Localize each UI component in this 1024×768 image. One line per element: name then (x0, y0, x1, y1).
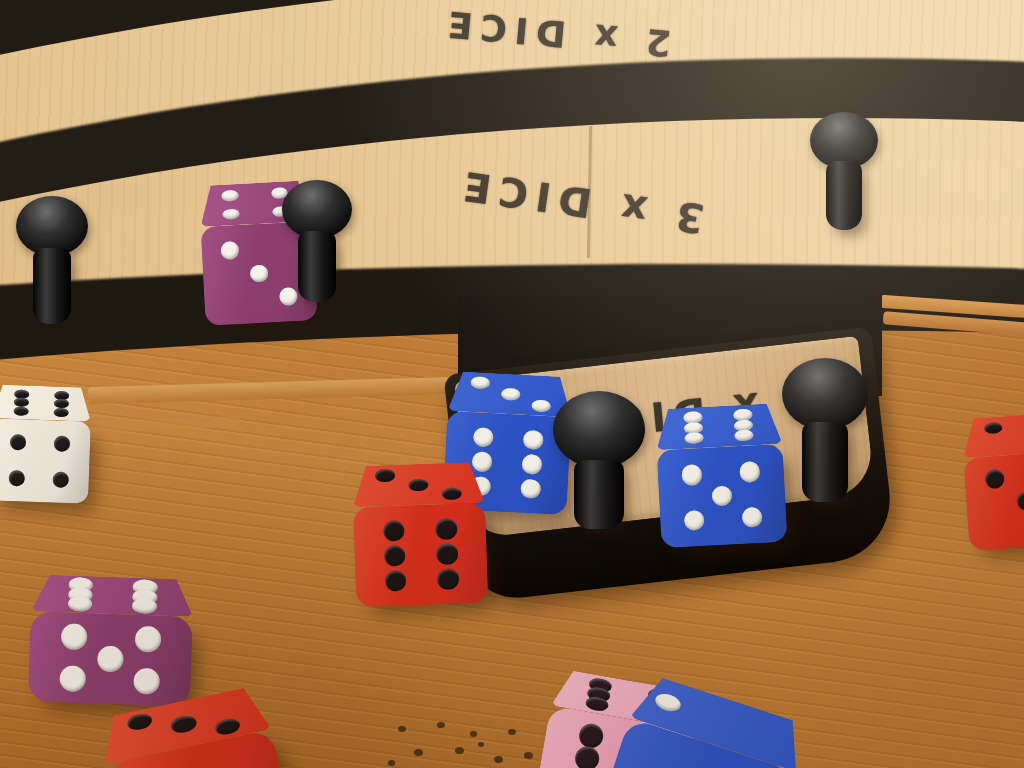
speck (388, 760, 395, 766)
die-front-face (963, 450, 1024, 551)
die-top-face (961, 411, 1024, 458)
peg[interactable] (553, 391, 645, 529)
die-top-face (352, 462, 485, 508)
peg[interactable] (16, 196, 88, 324)
die-white[interactable] (0, 384, 92, 503)
peg[interactable] (810, 112, 878, 230)
die-red[interactable] (961, 411, 1024, 551)
speck (478, 742, 484, 747)
die-top-face (31, 574, 194, 617)
peg-stem (298, 231, 336, 302)
peg-cap (782, 358, 868, 430)
peg-cap (16, 196, 88, 256)
die-purple[interactable] (28, 574, 194, 707)
die-red[interactable] (352, 462, 489, 608)
speck (470, 731, 477, 737)
peg[interactable] (282, 180, 352, 302)
peg[interactable] (782, 358, 868, 502)
peg-stem (826, 161, 863, 230)
peg-stem (33, 248, 72, 324)
die-top-face (654, 403, 782, 451)
die-front-face (353, 503, 488, 608)
die-front-face (28, 611, 193, 707)
peg-cap (553, 391, 645, 468)
die-front-face (657, 444, 788, 548)
die-front-face (0, 418, 91, 503)
die-top-face (0, 384, 92, 421)
table-scene: 2 x DICE 3 x DICE 4 x DICE (0, 0, 1024, 768)
die-blue[interactable] (654, 403, 787, 548)
peg-stem (802, 422, 848, 502)
peg-stem (574, 460, 624, 529)
